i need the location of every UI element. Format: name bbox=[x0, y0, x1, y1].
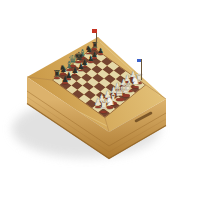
piece-white-rook: ♜ bbox=[97, 100, 111, 113]
piece-black-pawn: ♟ bbox=[58, 75, 72, 84]
chess-set-photo: ♜♞♝♛♚♝♞♜♟♟♟♟♟♟♟♟♟♟♟♟♟♟♟♟♜♞♝♛♚♝♞♜ bbox=[0, 0, 200, 200]
pieces-layer: ♜♞♝♛♚♝♞♜♟♟♟♟♟♟♟♟♟♟♟♟♟♟♟♟♜♞♝♛♚♝♞♜ bbox=[0, 0, 200, 200]
